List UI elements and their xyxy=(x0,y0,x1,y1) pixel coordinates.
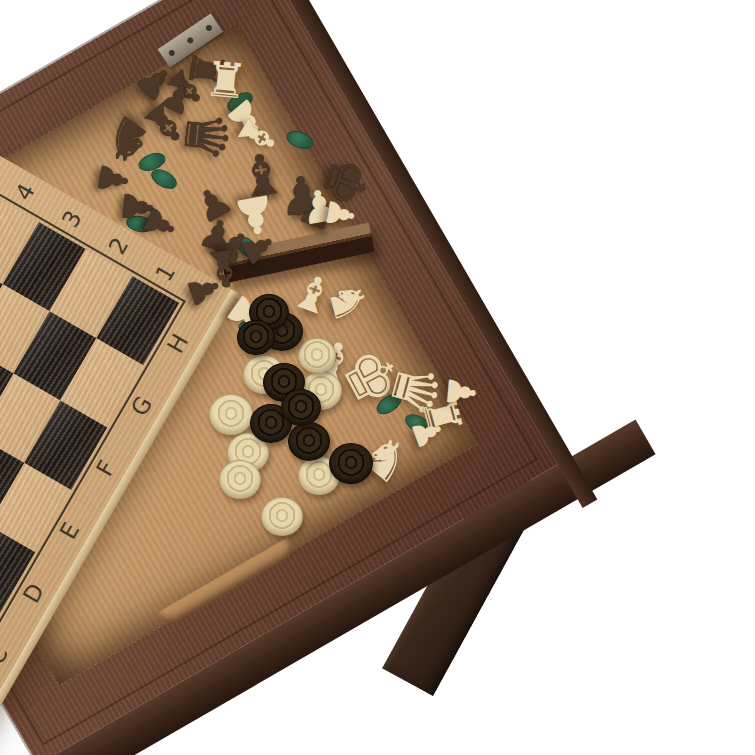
checker-cream[interactable] xyxy=(261,497,303,536)
checker-cream[interactable] xyxy=(298,338,336,373)
checker-dark[interactable] xyxy=(329,443,373,484)
piece-light-pawn[interactable]: ♟ xyxy=(229,186,282,243)
pieces-layer: ♟♝♟♜♞♝♛♟♟♟♝♟♟♟♟♟♟♚♝♟♜♟♝♟♟♟♟♝♞♝♚♛♜♟♞♟ xyxy=(0,0,755,755)
checker-cream[interactable] xyxy=(219,460,261,499)
piece-light-pawn[interactable]: ♟ xyxy=(441,373,482,410)
checker-dark[interactable] xyxy=(237,320,275,355)
piece-dark-pawn[interactable]: ♟ xyxy=(136,201,185,248)
piece-light-pawn[interactable]: ♟ xyxy=(319,195,360,233)
checker-dark[interactable] xyxy=(281,389,321,426)
checker-cream[interactable] xyxy=(209,394,253,435)
chess-games-table-photo: 12345678HGFEDCBA ♟♝♟♜♞♝♛♟♟♟♝♟♟♟♟♟♟♚♝♟♜♟♝… xyxy=(0,0,755,755)
felt-base xyxy=(148,165,180,193)
checker-dark[interactable] xyxy=(288,422,330,461)
piece-dark-pawn[interactable]: ♟ xyxy=(180,267,227,312)
